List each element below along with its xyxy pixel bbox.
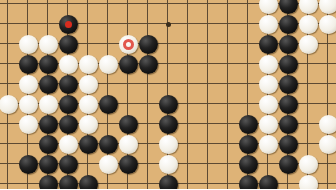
black-stone[interactable] <box>19 55 38 74</box>
black-stone[interactable] <box>239 115 258 134</box>
black-stone[interactable] <box>79 175 98 190</box>
black-stone[interactable] <box>39 115 58 134</box>
white-stone[interactable] <box>39 95 58 114</box>
white-stone[interactable] <box>19 95 38 114</box>
white-stone[interactable] <box>99 55 118 74</box>
black-stone[interactable] <box>279 155 298 174</box>
black-stone[interactable] <box>39 135 58 154</box>
black-stone[interactable] <box>279 15 298 34</box>
white-stone[interactable] <box>259 75 278 94</box>
black-stone[interactable] <box>279 95 298 114</box>
white-stone[interactable] <box>79 55 98 74</box>
white-stone[interactable] <box>79 95 98 114</box>
black-stone[interactable] <box>99 135 118 154</box>
black-stone[interactable] <box>279 0 298 14</box>
white-stone[interactable] <box>59 135 78 154</box>
black-stone[interactable] <box>279 55 298 74</box>
black-stone[interactable] <box>39 55 58 74</box>
white-stone[interactable] <box>39 35 58 54</box>
black-stone[interactable] <box>119 115 138 134</box>
white-stone[interactable] <box>19 35 38 54</box>
black-stone[interactable] <box>59 175 78 190</box>
white-stone[interactable] <box>159 135 178 154</box>
white-stone[interactable] <box>299 15 318 34</box>
white-stone[interactable] <box>59 55 78 74</box>
white-stone[interactable] <box>259 115 278 134</box>
white-stone[interactable] <box>119 135 138 154</box>
white-stone[interactable] <box>259 15 278 34</box>
white-stone[interactable] <box>259 55 278 74</box>
black-stone[interactable] <box>259 35 278 54</box>
white-stone[interactable] <box>319 115 336 134</box>
white-stone[interactable] <box>0 95 18 114</box>
black-stone[interactable] <box>59 115 78 134</box>
star-point <box>166 22 171 27</box>
black-stone[interactable] <box>19 155 38 174</box>
black-stone[interactable] <box>59 35 78 54</box>
black-stone[interactable] <box>59 95 78 114</box>
white-stone[interactable] <box>319 0 336 14</box>
black-stone[interactable] <box>259 175 278 190</box>
white-stone[interactable] <box>99 155 118 174</box>
black-stone[interactable] <box>279 135 298 154</box>
black-stone[interactable] <box>39 75 58 94</box>
white-stone[interactable] <box>299 175 318 190</box>
white-stone[interactable] <box>19 75 38 94</box>
white-stone[interactable] <box>159 155 178 174</box>
black-stone[interactable] <box>239 175 258 190</box>
black-stone[interactable] <box>159 115 178 134</box>
white-stone[interactable] <box>319 15 336 34</box>
black-stone[interactable] <box>159 175 178 190</box>
go-board[interactable] <box>0 0 336 189</box>
black-stone[interactable] <box>39 155 58 174</box>
black-stone[interactable] <box>159 95 178 114</box>
white-stone[interactable] <box>259 0 278 14</box>
black-stone[interactable] <box>139 35 158 54</box>
black-stone[interactable] <box>79 135 98 154</box>
white-stone[interactable] <box>79 75 98 94</box>
white-stone[interactable] <box>319 135 336 154</box>
white-stone[interactable] <box>259 135 278 154</box>
white-stone[interactable] <box>299 0 318 14</box>
last-move-dot-marker <box>65 21 72 28</box>
white-stone[interactable] <box>299 155 318 174</box>
black-stone[interactable] <box>119 55 138 74</box>
black-stone[interactable] <box>279 75 298 94</box>
white-stone[interactable] <box>79 115 98 134</box>
black-stone[interactable] <box>59 75 78 94</box>
black-stone[interactable] <box>239 135 258 154</box>
white-stone[interactable] <box>259 95 278 114</box>
black-stone[interactable] <box>59 155 78 174</box>
black-stone[interactable] <box>39 175 58 190</box>
white-stone[interactable] <box>19 115 38 134</box>
black-stone[interactable] <box>279 35 298 54</box>
black-stone[interactable] <box>239 155 258 174</box>
white-stone[interactable] <box>299 35 318 54</box>
black-stone[interactable] <box>279 115 298 134</box>
black-stone[interactable] <box>99 95 118 114</box>
black-stone[interactable] <box>139 55 158 74</box>
circle-annotation-marker <box>123 39 134 50</box>
black-stone[interactable] <box>119 155 138 174</box>
